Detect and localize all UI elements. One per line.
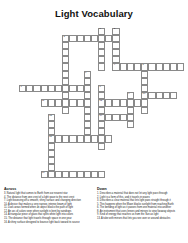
cell-r11c15[interactable]: [127, 107, 134, 114]
cell-r15c7[interactable]: [69, 135, 76, 142]
cell-r16c4[interactable]: [48, 143, 55, 150]
cell-r18c4[interactable]: [48, 157, 55, 164]
cell-r5c16[interactable]: [134, 63, 141, 70]
cell-r11c6[interactable]: [62, 107, 69, 114]
cell-r15c4[interactable]: 15: [48, 135, 55, 142]
clue-number: 14: [99, 115, 102, 117]
clue-number: 8: [99, 86, 100, 88]
cell-r10c4[interactable]: [48, 99, 55, 106]
clue-number: 6: [85, 72, 86, 74]
cell-r8c5[interactable]: [55, 85, 62, 92]
cell-r10c13[interactable]: [112, 99, 119, 106]
clue-number: 1: [99, 28, 100, 30]
cell-r12c4[interactable]: 13: [48, 114, 55, 121]
clue-number: 16: [42, 172, 45, 174]
cell-r8c7[interactable]: [69, 85, 76, 92]
cell-r1c9[interactable]: [84, 35, 91, 42]
cell-r15c10[interactable]: [91, 135, 98, 142]
cell-r3c6[interactable]: [62, 49, 69, 56]
puzzle-title: Light Vocabulary: [0, 8, 188, 19]
cell-r8c9[interactable]: [84, 85, 91, 92]
cell-r20c11[interactable]: [98, 171, 105, 178]
cell-r6c9[interactable]: 6: [84, 71, 91, 78]
cell-r5c11[interactable]: [98, 63, 105, 70]
across-header: Across: [4, 187, 93, 191]
cell-r1c7[interactable]: [69, 35, 76, 42]
cell-r15c8[interactable]: [77, 135, 84, 142]
cell-r12c12[interactable]: [105, 114, 112, 121]
cell-r6c6[interactable]: [62, 71, 69, 78]
clue-number: 13: [49, 115, 52, 117]
cell-r0c13[interactable]: 2: [112, 28, 119, 35]
cell-r5c14[interactable]: [120, 63, 127, 70]
cell-r13c4[interactable]: [48, 121, 55, 128]
cell-r9c15[interactable]: 9: [127, 92, 134, 99]
cell-r19c4[interactable]: [48, 164, 55, 171]
cell-r2c11[interactable]: [98, 42, 105, 49]
cell-r13c15[interactable]: [127, 121, 134, 128]
cell-r4c6[interactable]: [62, 56, 69, 63]
cell-r11c11[interactable]: [98, 107, 105, 114]
down-clue-13: 13. A tube with mirrors that lets you se…: [97, 217, 184, 220]
cell-r0c11[interactable]: 1: [98, 28, 105, 35]
across-clues-section: Across 3. Natural light that comes to Ea…: [4, 187, 93, 224]
cell-r10c9[interactable]: [84, 99, 91, 106]
cell-r10c15[interactable]: [127, 99, 134, 106]
cell-r9c6[interactable]: [62, 92, 69, 99]
crossword-worksheet: { "title": "Light Vocabulary", "game": "…: [0, 0, 188, 243]
cell-r12c13[interactable]: [112, 114, 119, 121]
cell-r5c18[interactable]: [148, 63, 155, 70]
cell-r20c5[interactable]: [55, 171, 62, 178]
cell-r5c20[interactable]: [163, 63, 170, 70]
down-clue-6: 6. The bending of light as it passes fro…: [97, 206, 184, 209]
down-clue-list: 1. Describes a material that does not le…: [97, 192, 184, 220]
clue-number: 10: [143, 93, 146, 95]
cell-r1c13[interactable]: [112, 35, 119, 42]
cell-r8c0[interactable]: 7: [19, 85, 26, 92]
cell-r8c3[interactable]: [41, 85, 48, 92]
across-clue-16: 16. A shiny surface designed to bounce l…: [4, 221, 93, 224]
cell-r12c14[interactable]: [120, 114, 127, 121]
cell-r20c9[interactable]: [84, 171, 91, 178]
across-clue-list: 3. Natural light that comes to Earth fro…: [4, 192, 93, 223]
cell-r1c8[interactable]: [77, 35, 84, 42]
cell-r9c21[interactable]: [170, 92, 177, 99]
cell-r5c22[interactable]: [177, 63, 184, 70]
cell-r13c9[interactable]: [84, 121, 91, 128]
cell-r12c9[interactable]: [84, 114, 91, 121]
clue-number: 4: [114, 64, 115, 66]
down-header: Down: [97, 187, 184, 191]
cell-r8c6[interactable]: [62, 85, 69, 92]
cell-r8c8[interactable]: [77, 85, 84, 92]
cell-r10c14[interactable]: [120, 99, 127, 106]
cell-r10c16[interactable]: [134, 99, 141, 106]
cell-r6c17[interactable]: [141, 71, 148, 78]
cell-r8c2[interactable]: [33, 85, 40, 92]
clue-number: 3: [64, 36, 65, 38]
cell-r2c6[interactable]: [62, 42, 69, 49]
crossword-grid: 12345678910111213141516: [19, 28, 184, 179]
cell-r9c19[interactable]: [156, 92, 163, 99]
cell-r5c6[interactable]: [62, 63, 69, 70]
cell-r3c11[interactable]: [98, 49, 105, 56]
cell-r5c21[interactable]: [170, 63, 177, 70]
cell-r20c10[interactable]: [91, 171, 98, 178]
cell-r7c17[interactable]: [141, 78, 148, 85]
cell-r20c4[interactable]: [48, 171, 55, 178]
cell-r10c7[interactable]: [69, 99, 76, 106]
cell-r9c9[interactable]: [84, 92, 91, 99]
cell-r10c11[interactable]: 12: [98, 99, 105, 106]
clue-number: 11: [42, 100, 44, 102]
cell-r15c11[interactable]: [98, 135, 105, 142]
clue-number: 12: [99, 100, 102, 102]
cell-r8c4[interactable]: [48, 85, 55, 92]
cell-r8c1[interactable]: [26, 85, 33, 92]
cell-r17c4[interactable]: [48, 150, 55, 157]
cell-r7c6[interactable]: [62, 78, 69, 85]
clue-number: 9: [128, 93, 129, 95]
cell-r11c9[interactable]: [84, 107, 91, 114]
clue-number: 5: [143, 64, 144, 66]
clue-number: 7: [20, 86, 21, 88]
down-clue-3: 3. Describes a clear material that lets …: [97, 199, 184, 202]
cell-r12c15[interactable]: [127, 114, 134, 121]
down-clues-section: Down 1. Describes a material that does n…: [97, 187, 184, 224]
cell-r13c11[interactable]: [98, 121, 105, 128]
cell-r5c19[interactable]: [156, 63, 163, 70]
clue-lists: Across 3. Natural light that comes to Ea…: [0, 187, 188, 224]
cell-r5c17[interactable]: 5: [141, 63, 148, 70]
cell-r3c13[interactable]: [112, 49, 119, 56]
cell-r12c11[interactable]: 14: [98, 114, 105, 121]
cell-r15c12[interactable]: [105, 135, 112, 142]
cell-r9c18[interactable]: [148, 92, 155, 99]
clue-number: 15: [49, 136, 52, 138]
clue-number: 2: [114, 28, 115, 30]
cell-r5c13[interactable]: 4: [112, 63, 119, 70]
cell-r11c17[interactable]: [141, 107, 148, 114]
cell-r2c13[interactable]: [112, 42, 119, 49]
cell-r20c8[interactable]: [77, 171, 84, 178]
cell-r20c6[interactable]: [62, 171, 69, 178]
cell-r1c11[interactable]: [98, 35, 105, 42]
cell-r20c3[interactable]: 16: [41, 171, 48, 178]
cell-r15c9[interactable]: [84, 135, 91, 142]
cell-r10c6[interactable]: [62, 99, 69, 106]
cell-r1c6[interactable]: 3: [62, 35, 69, 42]
cell-r9c17[interactable]: 10: [141, 92, 148, 99]
cell-r16c11[interactable]: [98, 143, 105, 150]
cell-r1c12[interactable]: [105, 35, 112, 42]
cell-r14c11[interactable]: [98, 128, 105, 135]
cell-r4c11[interactable]: [98, 56, 105, 63]
cell-r10c17[interactable]: [141, 99, 148, 106]
cell-r10c3[interactable]: 11: [41, 99, 48, 106]
across-clue-7: 7. Light bouncing off a smooth, shiny su…: [4, 199, 93, 202]
cell-r10c12[interactable]: [105, 99, 112, 106]
cell-r10c8[interactable]: [77, 99, 84, 106]
cell-r15c6[interactable]: [62, 135, 69, 142]
cell-r20c7[interactable]: [69, 171, 76, 178]
cell-r9c20[interactable]: [163, 92, 170, 99]
cell-r14c9[interactable]: [84, 128, 91, 135]
cell-r15c5[interactable]: [55, 135, 62, 142]
cell-r7c9[interactable]: [84, 78, 91, 85]
cell-r8c11[interactable]: 8: [98, 85, 105, 92]
cell-r1c10[interactable]: [91, 35, 98, 42]
cell-r5c15[interactable]: [127, 63, 134, 70]
cell-r10c5[interactable]: [55, 99, 62, 106]
